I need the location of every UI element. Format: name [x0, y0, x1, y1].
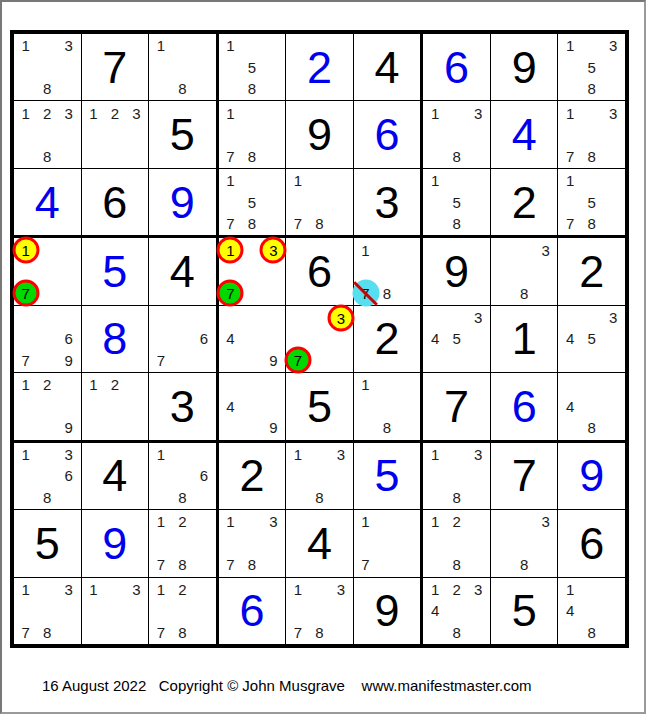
- candidate-1: 1: [559, 170, 581, 191]
- cell-r1c5[interactable]: 2: [286, 34, 353, 100]
- cell-r9c8[interactable]: 5: [491, 578, 558, 644]
- cell-r5c6[interactable]: 2: [354, 306, 421, 372]
- given-digit: 5: [512, 588, 537, 633]
- candidate-3: 3: [126, 579, 148, 600]
- sudoku-board: 1387181238123546915824178961578178369135…: [10, 30, 629, 648]
- cell-r7c3[interactable]: 168: [149, 443, 216, 509]
- cell-r1c4[interactable]: 158: [219, 34, 286, 100]
- highlight-yellow-circle: 3: [260, 237, 287, 264]
- cell-r6c2[interactable]: 12: [82, 373, 149, 439]
- cell-r7c2[interactable]: 4: [82, 443, 149, 509]
- cell-r2c8[interactable]: 4: [491, 101, 558, 167]
- solved-digit: 8: [102, 316, 127, 361]
- cell-r4c7[interactable]: 9: [423, 238, 490, 304]
- cell-r8c3[interactable]: 1278: [149, 510, 216, 576]
- given-digit: 4: [307, 521, 332, 566]
- candidate-3: 3: [330, 444, 352, 465]
- pencil-marks: 1578: [220, 170, 285, 234]
- cell-r3c3[interactable]: 9: [149, 169, 216, 235]
- box-2: 158241789615781783: [219, 34, 421, 235]
- pencil-marks: 679: [15, 307, 80, 371]
- cell-r2c2[interactable]: 123: [82, 101, 149, 167]
- candidate-8: 8: [581, 213, 603, 234]
- solved-digit: 5: [375, 453, 400, 498]
- candidate-8: 8: [37, 145, 59, 166]
- solved-digit: 6: [444, 45, 469, 90]
- candidate-1: 1: [287, 444, 309, 465]
- candidate-8: 8: [241, 145, 263, 166]
- candidate-1: 1: [355, 374, 377, 395]
- given-digit: 1: [512, 316, 537, 361]
- cell-r6c5[interactable]: 5: [286, 373, 353, 439]
- candidate-8: 8: [172, 554, 194, 575]
- highlight-green-circle: 7: [284, 347, 311, 374]
- cell-r2c3[interactable]: 5: [149, 101, 216, 167]
- pencil-marks: 158: [220, 35, 285, 99]
- candidate-4: 4: [559, 328, 581, 349]
- candidate-8: 8: [241, 78, 263, 99]
- candidate-3: 3: [467, 444, 489, 465]
- candidate-7: 7: [15, 350, 37, 371]
- candidate-7: 7: [287, 622, 309, 643]
- candidate-8: 8: [309, 487, 331, 508]
- pencil-marks: 1378: [559, 102, 624, 166]
- cell-r5c4[interactable]: 49: [219, 306, 286, 372]
- candidate-7: 7: [355, 554, 377, 575]
- candidate-3: 3: [467, 579, 489, 600]
- cell-r7c1[interactable]: 1368: [14, 443, 81, 509]
- solved-digit: 6: [512, 384, 537, 429]
- cell-r3c1[interactable]: 4: [14, 169, 81, 235]
- candidate-5: 5: [446, 191, 468, 212]
- pencil-marks: 1278: [150, 511, 215, 575]
- candidate-1: 1: [220, 102, 242, 123]
- cell-r8c2[interactable]: 9: [82, 510, 149, 576]
- candidate-4: 4: [559, 396, 581, 417]
- cell-r9c4[interactable]: 6: [219, 578, 286, 644]
- given-digit: 2: [579, 249, 604, 294]
- candidate-2: 2: [37, 102, 59, 123]
- candidate-3: 3: [602, 102, 624, 123]
- cell-r5c5[interactable]: 37: [286, 306, 353, 372]
- candidate-1: 1: [15, 374, 37, 395]
- candidate-8: 8: [581, 78, 603, 99]
- cell-r3c7[interactable]: 158: [423, 169, 490, 235]
- solved-digit: 9: [170, 180, 195, 225]
- cell-r3c5[interactable]: 178: [286, 169, 353, 235]
- candidate-3: 3: [535, 239, 557, 260]
- cell-r8c5[interactable]: 4: [286, 510, 353, 576]
- cell-r4c6[interactable]: 178: [354, 238, 421, 304]
- cell-r2c7[interactable]: 138: [423, 101, 490, 167]
- candidate-8: 8: [376, 282, 398, 303]
- cell-r8c7[interactable]: 128: [423, 510, 490, 576]
- candidate-1: 1: [150, 511, 172, 532]
- pencil-marks: 13: [83, 579, 148, 643]
- pencil-marks: 129: [15, 374, 80, 438]
- candidate-3: 3: [263, 511, 285, 532]
- given-digit: 9: [375, 588, 400, 633]
- cell-r9c9[interactable]: 148: [558, 578, 625, 644]
- cell-r5c1[interactable]: 679: [14, 306, 81, 372]
- cell-r2c5[interactable]: 9: [286, 101, 353, 167]
- candidate-1: 1: [287, 170, 309, 191]
- pencil-marks: 1238: [15, 102, 80, 166]
- candidate-8: 8: [376, 417, 398, 438]
- candidate-1: 1: [424, 102, 446, 123]
- candidate-8: 8: [241, 554, 263, 575]
- cell-r5c7[interactable]: 345: [423, 306, 490, 372]
- pencil-marks: 345: [559, 307, 624, 371]
- candidate-1: 1: [424, 444, 446, 465]
- candidate-3: 3: [602, 307, 624, 328]
- candidate-7: 7: [150, 622, 172, 643]
- solved-digit: 5: [102, 249, 127, 294]
- candidate-7: 7: [355, 282, 377, 303]
- candidate-8: 8: [513, 554, 535, 575]
- highlight-yellow-circle: 1: [217, 237, 244, 264]
- cell-r6c6[interactable]: 18: [354, 373, 421, 439]
- cell-r9c2[interactable]: 13: [82, 578, 149, 644]
- candidate-7: 7: [15, 622, 37, 643]
- pencil-marks: 178: [220, 102, 285, 166]
- candidate-5: 5: [446, 328, 468, 349]
- candidate-8: 8: [172, 78, 194, 99]
- candidate-1: 1: [83, 374, 105, 395]
- candidate-9: 9: [58, 417, 80, 438]
- candidate-2: 2: [172, 511, 194, 532]
- cell-r1c2[interactable]: 7: [82, 34, 149, 100]
- candidate-7: 7: [559, 145, 581, 166]
- given-digit: 4: [102, 453, 127, 498]
- candidate-1: 1: [83, 579, 105, 600]
- box-7: 136841685912781378131278: [14, 443, 216, 644]
- pencil-marks: 345: [424, 307, 489, 371]
- candidate-1: 1: [15, 579, 37, 600]
- cell-r9c1[interactable]: 1378: [14, 578, 81, 644]
- candidate-9: 9: [263, 350, 285, 371]
- highlight-green-circle: 7: [217, 280, 244, 307]
- candidate-1: 1: [559, 35, 581, 56]
- candidate-1: 1: [424, 511, 446, 532]
- candidate-1: 1: [287, 579, 309, 600]
- cell-r7c8[interactable]: 7: [491, 443, 558, 509]
- candidate-8: 8: [37, 622, 59, 643]
- cell-r3c2[interactable]: 6: [82, 169, 149, 235]
- candidate-8: 8: [581, 622, 603, 643]
- solved-digit: 9: [102, 521, 127, 566]
- cell-r9c5[interactable]: 1378: [286, 578, 353, 644]
- given-digit: 6: [102, 180, 127, 225]
- candidate-5: 5: [581, 56, 603, 77]
- given-digit: 7: [444, 384, 469, 429]
- candidate-8: 8: [241, 213, 263, 234]
- cell-r6c1[interactable]: 129: [14, 373, 81, 439]
- candidate-1: 1: [355, 511, 377, 532]
- candidate-8: 8: [37, 487, 59, 508]
- candidate-7: 7: [220, 554, 242, 575]
- pencil-marks: 178: [355, 239, 420, 303]
- cell-r7c4[interactable]: 2: [219, 443, 286, 509]
- pencil-marks: 12348: [424, 579, 489, 643]
- pencil-marks: 158: [424, 170, 489, 234]
- pencil-marks: 49: [220, 374, 285, 438]
- cell-r6c3[interactable]: 3: [149, 373, 216, 439]
- candidate-7: 7: [287, 350, 309, 371]
- candidate-8: 8: [446, 622, 468, 643]
- candidate-1: 1: [15, 239, 37, 260]
- candidate-8: 8: [446, 487, 468, 508]
- cell-r1c9[interactable]: 1358: [558, 34, 625, 100]
- highlight-yellow-circle: 3: [328, 304, 355, 331]
- candidate-3: 3: [58, 102, 80, 123]
- pencil-marks: 1368: [15, 444, 80, 508]
- given-digit: 7: [512, 453, 537, 498]
- highlight-cyan-circle: 7: [352, 280, 379, 307]
- given-digit: 5: [35, 521, 60, 566]
- cell-r5c3[interactable]: 67: [149, 306, 216, 372]
- pencil-marks: 138: [287, 444, 352, 508]
- candidate-6: 6: [58, 328, 80, 349]
- box-3: 6913581384137815821578: [423, 34, 625, 235]
- highlight-yellow-circle: 1: [12, 237, 39, 264]
- given-digit: 2: [375, 316, 400, 361]
- candidate-1: 1: [150, 35, 172, 56]
- cell-r3c4[interactable]: 1578: [219, 169, 286, 235]
- box-1: 13871812381235469: [14, 34, 216, 235]
- solved-digit: 4: [512, 112, 537, 157]
- candidate-4: 4: [220, 328, 242, 349]
- given-digit: 4: [375, 45, 400, 90]
- cell-r4c4[interactable]: 137: [219, 238, 286, 304]
- footer-caption: 16 August 2022 Copyright © John Musgrave…: [42, 677, 532, 694]
- box-8: 213851378417613789: [219, 443, 421, 644]
- cell-r6c4[interactable]: 49: [219, 373, 286, 439]
- candidate-8: 8: [37, 78, 59, 99]
- cell-r7c6[interactable]: 5: [354, 443, 421, 509]
- candidate-5: 5: [581, 191, 603, 212]
- candidate-3: 3: [330, 307, 352, 328]
- candidate-8: 8: [172, 487, 194, 508]
- candidate-8: 8: [581, 417, 603, 438]
- pencil-marks: 37: [287, 307, 352, 371]
- cell-r5c2[interactable]: 8: [82, 306, 149, 372]
- given-digit: 5: [307, 384, 332, 429]
- pencil-marks: 12: [83, 374, 148, 438]
- pencil-marks: 48: [559, 374, 624, 438]
- candidate-9: 9: [263, 417, 285, 438]
- cell-r2c4[interactable]: 178: [219, 101, 286, 167]
- candidate-4: 4: [424, 328, 446, 349]
- candidate-2: 2: [446, 511, 468, 532]
- candidate-3: 3: [330, 579, 352, 600]
- cell-r4c1[interactable]: 17: [14, 238, 81, 304]
- candidate-7: 7: [150, 350, 172, 371]
- candidate-1: 1: [220, 511, 242, 532]
- cell-r9c6[interactable]: 9: [354, 578, 421, 644]
- candidate-1: 1: [150, 579, 172, 600]
- candidate-1: 1: [424, 170, 446, 191]
- candidate-5: 5: [241, 191, 263, 212]
- pencil-marks: 38: [492, 239, 557, 303]
- pencil-marks: 168: [150, 444, 215, 508]
- candidate-1: 1: [220, 35, 242, 56]
- pencil-marks: 1278: [150, 579, 215, 643]
- candidate-1: 1: [83, 102, 105, 123]
- cell-r6c8[interactable]: 6: [491, 373, 558, 439]
- pencil-marks: 49: [220, 307, 285, 371]
- cell-r4c3[interactable]: 4: [149, 238, 216, 304]
- box-5: 13761784937249518: [219, 238, 421, 439]
- pencil-marks: 17: [15, 239, 80, 303]
- candidate-4: 4: [424, 600, 446, 621]
- pencil-marks: 38: [492, 511, 557, 575]
- cell-r9c7[interactable]: 12348: [423, 578, 490, 644]
- cell-r1c8[interactable]: 9: [491, 34, 558, 100]
- cell-r6c9[interactable]: 48: [558, 373, 625, 439]
- candidate-2: 2: [104, 102, 126, 123]
- pencil-marks: 1378: [287, 579, 352, 643]
- cell-r7c5[interactable]: 138: [286, 443, 353, 509]
- given-digit: 6: [307, 249, 332, 294]
- given-digit: 9: [307, 112, 332, 157]
- candidate-6: 6: [193, 465, 215, 486]
- cell-r1c3[interactable]: 18: [149, 34, 216, 100]
- cell-r7c9[interactable]: 9: [558, 443, 625, 509]
- candidate-1: 1: [150, 444, 172, 465]
- candidate-3: 3: [602, 35, 624, 56]
- candidate-7: 7: [220, 145, 242, 166]
- cell-r4c5[interactable]: 6: [286, 238, 353, 304]
- candidate-1: 1: [220, 170, 242, 191]
- candidate-3: 3: [58, 35, 80, 56]
- candidate-7: 7: [220, 282, 242, 303]
- candidate-2: 2: [172, 579, 194, 600]
- candidate-3: 3: [126, 102, 148, 123]
- candidate-7: 7: [559, 213, 581, 234]
- pencil-marks: 138: [424, 102, 489, 166]
- cell-r2c6[interactable]: 6: [354, 101, 421, 167]
- solved-digit: 9: [579, 453, 604, 498]
- candidate-3: 3: [263, 239, 285, 260]
- candidate-6: 6: [58, 465, 80, 486]
- given-digit: 3: [170, 384, 195, 429]
- candidate-8: 8: [446, 145, 468, 166]
- cell-r8c8[interactable]: 38: [491, 510, 558, 576]
- cell-r8c9[interactable]: 6: [558, 510, 625, 576]
- candidate-1: 1: [559, 579, 581, 600]
- candidate-8: 8: [172, 622, 194, 643]
- pencil-marks: 17: [355, 511, 420, 575]
- candidate-7: 7: [287, 213, 309, 234]
- cell-r3c9[interactable]: 1578: [558, 169, 625, 235]
- cell-r9c3[interactable]: 1278: [149, 578, 216, 644]
- pencil-marks: 148: [559, 579, 624, 643]
- candidate-8: 8: [309, 213, 331, 234]
- cell-r1c7[interactable]: 6: [423, 34, 490, 100]
- candidate-3: 3: [535, 511, 557, 532]
- pencil-marks: 18: [150, 35, 215, 99]
- cell-r4c8[interactable]: 38: [491, 238, 558, 304]
- pencil-marks: 137: [220, 239, 285, 303]
- cell-r4c2[interactable]: 5: [82, 238, 149, 304]
- candidate-3: 3: [467, 102, 489, 123]
- given-digit: 9: [444, 249, 469, 294]
- candidate-8: 8: [446, 554, 468, 575]
- cell-r4c9[interactable]: 2: [558, 238, 625, 304]
- candidate-7: 7: [150, 554, 172, 575]
- candidate-3: 3: [58, 444, 80, 465]
- pencil-marks: 18: [355, 374, 420, 438]
- box-4: 1754679867129123: [14, 238, 216, 439]
- candidate-1: 1: [424, 579, 446, 600]
- box-9: 13879128386123485148: [423, 443, 625, 644]
- candidate-1: 1: [15, 444, 37, 465]
- cell-r5c8[interactable]: 1: [491, 306, 558, 372]
- cell-r5c9[interactable]: 345: [558, 306, 625, 372]
- pencil-marks: 138: [15, 35, 80, 99]
- candidate-9: 9: [58, 350, 80, 371]
- pencil-marks: 1378: [220, 511, 285, 575]
- candidate-3: 3: [58, 579, 80, 600]
- pencil-marks: 1378: [15, 579, 80, 643]
- candidate-8: 8: [446, 213, 468, 234]
- candidate-1: 1: [355, 239, 377, 260]
- cell-r8c4[interactable]: 1378: [219, 510, 286, 576]
- cell-r1c6[interactable]: 4: [354, 34, 421, 100]
- solved-digit: 6: [375, 112, 400, 157]
- solved-digit: 2: [307, 45, 332, 90]
- given-digit: 6: [579, 521, 604, 566]
- candidate-1: 1: [15, 35, 37, 56]
- given-digit: 3: [375, 180, 400, 225]
- candidate-7: 7: [15, 282, 37, 303]
- cell-r8c1[interactable]: 5: [14, 510, 81, 576]
- cell-r8c6[interactable]: 17: [354, 510, 421, 576]
- cell-r1c1[interactable]: 138: [14, 34, 81, 100]
- candidate-2: 2: [104, 374, 126, 395]
- cell-r3c6[interactable]: 3: [354, 169, 421, 235]
- given-digit: 2: [512, 180, 537, 225]
- candidate-8: 8: [513, 282, 535, 303]
- pencil-marks: 128: [424, 511, 489, 575]
- pencil-marks: 67: [150, 307, 215, 371]
- candidate-4: 4: [559, 600, 581, 621]
- candidate-5: 5: [581, 328, 603, 349]
- given-digit: 4: [170, 249, 195, 294]
- candidate-2: 2: [37, 374, 59, 395]
- pencil-marks: 138: [424, 444, 489, 508]
- candidate-3: 3: [467, 307, 489, 328]
- pencil-marks: 123: [83, 102, 148, 166]
- box-6: 938234513457648: [423, 238, 625, 439]
- given-digit: 9: [512, 45, 537, 90]
- given-digit: 7: [102, 45, 127, 90]
- cell-r7c7[interactable]: 138: [423, 443, 490, 509]
- candidate-4: 4: [220, 396, 242, 417]
- pencil-marks: 178: [287, 170, 352, 234]
- candidate-6: 6: [193, 328, 215, 349]
- cell-r3c8[interactable]: 2: [491, 169, 558, 235]
- cell-r2c9[interactable]: 1378: [558, 101, 625, 167]
- candidate-8: 8: [309, 622, 331, 643]
- given-digit: 2: [239, 453, 264, 498]
- cell-r2c1[interactable]: 1238: [14, 101, 81, 167]
- candidate-2: 2: [446, 579, 468, 600]
- cell-r6c7[interactable]: 7: [423, 373, 490, 439]
- solved-digit: 6: [239, 588, 264, 633]
- candidate-1: 1: [220, 239, 242, 260]
